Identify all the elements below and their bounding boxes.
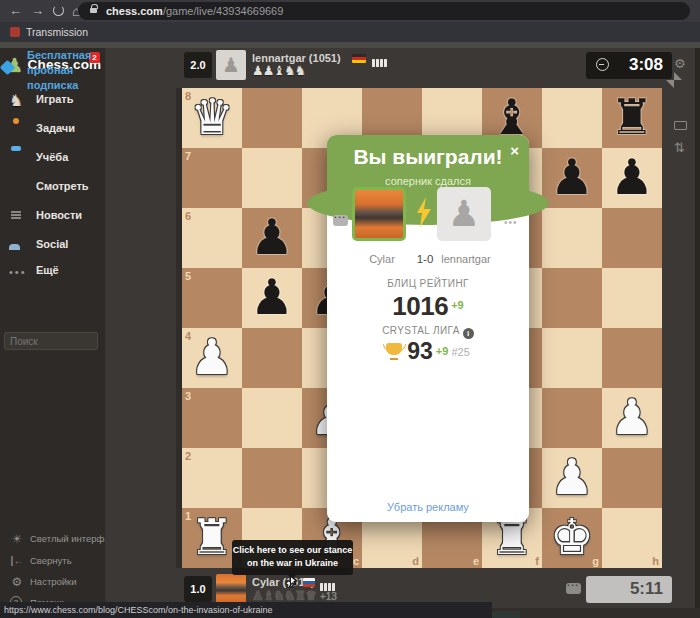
remove-ads-link[interactable]: Убрать рекламу	[327, 501, 529, 513]
league-rank: #25	[451, 346, 469, 358]
bookmark-favicon	[10, 27, 20, 37]
trial-label: Бесплатная пробная подписка	[27, 48, 93, 93]
blitz-rating-row: 1016+9	[327, 291, 529, 322]
square-a5[interactable]: 5	[182, 268, 242, 328]
rank-label: 8	[185, 90, 191, 102]
more-options-icon[interactable]: •••	[504, 217, 518, 228]
settings-button[interactable]: ⚙ Настройки	[0, 573, 105, 593]
square-h8[interactable]: ♜	[602, 88, 662, 148]
browser-status-bar: https://www.chess.com/blog/CHESScom/on-t…	[0, 602, 492, 618]
sidebar-item-label: Учёба	[36, 151, 68, 163]
square-a6[interactable]: 6	[182, 208, 242, 268]
file-label: h	[652, 555, 659, 567]
rank-label: 4	[185, 330, 191, 342]
pawn-avatar-icon: ♟	[448, 193, 480, 234]
square-h7[interactable]: ♟	[602, 148, 662, 208]
top-clock-time: 3:08	[629, 55, 663, 75]
league-row: 93+9#25	[327, 338, 529, 365]
black-pawn-g7[interactable]: ♟	[542, 148, 602, 208]
chat-bubble-icon[interactable]	[333, 215, 348, 226]
bottom-player-avatar[interactable]	[216, 574, 246, 604]
screen: ← → ⌂ chess.com/game/live/43934669669 Tr…	[0, 0, 700, 618]
lightning-bolt-icon	[414, 197, 434, 227]
lock-icon	[90, 8, 97, 13]
connection-bars-icon	[320, 577, 337, 586]
sidebar-item-label: Смотреть	[36, 180, 89, 192]
bottom-player-clock: 5:11	[586, 576, 672, 603]
file-label: g	[592, 555, 599, 567]
dialog-subtitle: соперник сдался	[327, 175, 529, 187]
sidebar: ♟ Chess.com 2 ♞ Играть Задачи Учёба Смот…	[0, 48, 105, 618]
square-b2[interactable]	[242, 448, 302, 508]
top-captured-pieces: ♟♟♝♞♞	[252, 63, 305, 78]
rating-delta: +9	[451, 299, 464, 311]
sidebar-item-label: Ещё	[36, 264, 59, 276]
file-label: c	[353, 555, 359, 567]
board-settings-gear-icon[interactable]: ⚙	[674, 56, 686, 71]
ellipsis-icon: •••	[9, 263, 27, 281]
square-h2[interactable]	[602, 448, 662, 508]
dialog-white-name: Cylar	[352, 253, 412, 265]
winner-avatar[interactable]	[352, 187, 406, 241]
back-icon[interactable]: ←	[9, 0, 22, 22]
browser-toolbar: ← → ⌂ chess.com/game/live/43934669669	[0, 0, 700, 22]
white-pawn-h3[interactable]: ♟	[602, 388, 662, 448]
rank-label: 1	[185, 510, 191, 522]
material-advantage: +13	[320, 591, 337, 602]
square-a4[interactable]: 4♟	[182, 328, 242, 388]
sidebar-item-learn[interactable]: Учёба	[0, 146, 105, 172]
square-g4[interactable]	[542, 328, 602, 388]
sidebar-item-social[interactable]: Social	[0, 233, 105, 259]
square-b5[interactable]: ♟	[242, 268, 302, 328]
black-pawn-b5[interactable]: ♟	[242, 268, 302, 328]
top-player-avatar[interactable]: ♟	[216, 50, 246, 80]
sidebar-item-puzzles[interactable]: Задачи	[0, 117, 105, 143]
light-interface-toggle[interactable]: ☀ Светлый интерфейс	[0, 530, 105, 550]
league-value: 93	[407, 338, 433, 364]
address-bar[interactable]: chess.com/game/live/43934669669	[78, 2, 690, 20]
search-input[interactable]	[4, 332, 98, 350]
bottom-player-score: 1.0	[184, 576, 212, 602]
game-over-dialog: Вы выиграли! соперник сдался × ♟ ••• Cyl…	[327, 135, 529, 522]
square-a3[interactable]: 3	[182, 388, 242, 448]
league-delta: +9	[436, 345, 449, 357]
white-pawn-g2[interactable]: ♟	[542, 448, 602, 508]
germany-flag-icon	[352, 54, 366, 63]
square-h5[interactable]	[602, 268, 662, 328]
square-g7[interactable]: ♟	[542, 148, 602, 208]
reload-icon[interactable]	[53, 5, 64, 16]
sidebar-item-watch[interactable]: Смотреть	[0, 175, 105, 201]
forward-icon[interactable]: →	[31, 0, 44, 22]
close-icon[interactable]: ×	[510, 142, 519, 159]
right-panel-edge	[695, 48, 700, 618]
url-host: chess.com	[106, 5, 163, 17]
file-label: f	[535, 555, 539, 567]
collapse-sidebar-button[interactable]: |← Свернуть	[0, 552, 105, 572]
rank-label: 7	[185, 150, 191, 162]
mouse-cursor	[284, 574, 301, 594]
sidebar-item-label: Играть	[36, 93, 73, 105]
sidebar-item-news[interactable]: Новости	[0, 204, 105, 230]
flip-board-icon[interactable]: ⇅	[674, 140, 685, 155]
sidebar-item-label: Задачи	[36, 122, 75, 134]
blitz-rating-value: 1016	[392, 291, 448, 321]
rank-label: 2	[185, 450, 191, 462]
square-g8[interactable]	[542, 88, 602, 148]
url-path: /game/live/43934669669	[163, 5, 283, 17]
square-h3[interactable]: ♟	[602, 388, 662, 448]
loser-avatar[interactable]: ♟	[437, 187, 491, 241]
square-b3[interactable]	[242, 388, 302, 448]
tooltip-line2: on the war in Ukraine	[232, 557, 353, 570]
theatre-mode-icon[interactable]	[674, 118, 687, 133]
square-g2[interactable]: ♟	[542, 448, 602, 508]
square-a7[interactable]: 7	[182, 148, 242, 208]
black-pawn-b6[interactable]: ♟	[242, 208, 302, 268]
rank-label: 5	[185, 270, 191, 282]
square-b4[interactable]	[242, 328, 302, 388]
bottom-clock-time: 5:11	[630, 579, 663, 599]
sun-icon: ☀	[10, 532, 24, 546]
blitz-rating-label: БЛИЦ РЕЙТИНГ	[327, 278, 529, 289]
square-h6[interactable]	[602, 208, 662, 268]
bottom-player-flag-icon[interactable]	[303, 578, 315, 587]
chat-bubble-icon[interactable]	[566, 583, 581, 594]
square-g1[interactable]: g♚	[542, 508, 602, 568]
sidebar-item-label: Новости	[36, 209, 82, 221]
square-g6[interactable]	[542, 208, 602, 268]
square-h4[interactable]	[602, 328, 662, 388]
square-a8[interactable]: 8♛	[182, 88, 242, 148]
square-a2[interactable]: 2	[182, 448, 242, 508]
dialog-black-name: lennartgar	[435, 253, 497, 265]
trophy-icon	[386, 343, 402, 355]
dialog-title: Вы выиграли!	[327, 145, 529, 169]
bookmark-transmission[interactable]: Transmission	[26, 26, 88, 38]
square-g3[interactable]	[542, 388, 602, 448]
bookmarks-bar	[0, 22, 700, 42]
knight-icon: ♞	[9, 92, 27, 110]
top-player-score: 2.0	[184, 52, 212, 78]
sidebar-item-label: Social	[36, 238, 68, 250]
league-label: CRYSTAL ЛИГАi	[327, 325, 529, 339]
file-label: d	[412, 555, 419, 567]
file-label: e	[473, 555, 479, 567]
tooltip-line1: Click here to see our stance	[232, 544, 353, 557]
black-pawn-h7[interactable]: ♟	[602, 148, 662, 208]
pawn-avatar-icon: ♟	[222, 53, 240, 77]
square-g5[interactable]	[542, 268, 602, 328]
gear-icon: ⚙	[10, 575, 24, 589]
top-player-clock: 3:08	[586, 52, 672, 79]
pause-icon	[596, 58, 609, 71]
sidebar-item-more[interactable]: ••• Ещё	[0, 259, 105, 285]
rank-label: 6	[185, 210, 191, 222]
collapse-icon: |←	[10, 554, 24, 568]
square-h1[interactable]: h	[602, 508, 662, 568]
square-b6[interactable]: ♟	[242, 208, 302, 268]
square-b7[interactable]	[242, 148, 302, 208]
rank-label: 3	[185, 390, 191, 402]
connection-bars-icon	[372, 53, 389, 62]
square-b8[interactable]	[242, 88, 302, 148]
black-rook-h8[interactable]: ♜	[602, 88, 662, 148]
ukraine-stance-tooltip[interactable]: Click here to see our stance on the war …	[232, 540, 353, 575]
